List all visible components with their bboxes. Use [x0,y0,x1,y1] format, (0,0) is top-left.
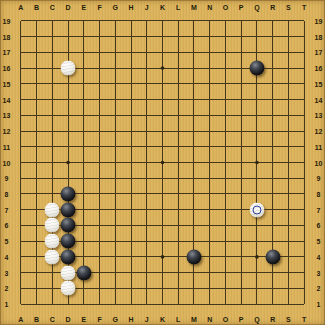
coord-label-left: 12 [3,128,11,135]
coord-label-right: 1 [317,301,321,308]
black-stone [186,249,201,264]
coord-label-right: 10 [315,159,323,166]
coord-label-bottom: E [81,315,86,322]
coord-label-top: T [302,3,306,10]
coord-label-right: 13 [315,112,323,119]
coord-label-left: 3 [5,269,9,276]
white-stone [45,249,60,264]
coord-label-top: E [81,3,86,10]
coord-label-bottom: M [191,315,197,322]
black-stone [61,218,76,233]
coord-label-bottom: H [128,315,133,322]
coord-label-top: G [113,3,118,10]
coord-label-left: 17 [3,49,11,56]
coord-label-bottom: T [302,315,306,322]
white-stone [45,202,60,217]
coord-label-left: 13 [3,112,11,119]
coord-label-bottom: R [270,315,275,322]
last-move-marker [252,205,261,214]
coord-label-top: F [97,3,101,10]
coord-label-right: 18 [315,33,323,40]
coord-label-top: O [223,3,228,10]
white-stone [61,61,76,76]
coord-label-left: 8 [5,190,9,197]
coord-label-right: 8 [317,190,321,197]
coord-label-right: 11 [315,143,322,150]
coord-label-bottom: Q [254,315,259,322]
black-stone [61,234,76,249]
coord-label-top: D [66,3,71,10]
coord-label-bottom: L [176,315,180,322]
coord-label-bottom: A [18,315,23,322]
coord-label-left: 5 [5,238,9,245]
white-stone [61,265,76,280]
black-stone [61,249,76,264]
star-point [255,161,259,165]
black-stone [249,61,264,76]
coord-label-top: S [286,3,291,10]
coord-label-top: J [145,3,149,10]
grid-lines [0,0,325,325]
coord-label-left: 9 [5,175,9,182]
coord-label-right: 16 [315,65,323,72]
coord-label-left: 7 [5,206,9,213]
coord-label-right: 7 [317,206,321,213]
go-board[interactable]: AA1919BB1818CC1717DD1616EE1515FF1414GG13… [0,0,325,325]
coord-label-bottom: J [145,315,149,322]
white-stone [45,218,60,233]
coord-label-left: 1 [5,301,9,308]
coord-label-top: Q [254,3,259,10]
coord-label-left: 4 [5,253,9,260]
white-stone [61,281,76,296]
coord-label-left: 6 [5,222,9,229]
coord-label-right: 5 [317,238,321,245]
star-point [161,161,165,165]
coord-label-top: M [191,3,197,10]
coord-label-right: 3 [317,269,321,276]
star-point [66,161,70,165]
coord-label-top: L [176,3,180,10]
coord-label-left: 16 [3,65,11,72]
coord-label-bottom: B [34,315,39,322]
coord-label-bottom: O [223,315,228,322]
coord-label-bottom: N [207,315,212,322]
coord-label-left: 14 [3,96,11,103]
black-stone [61,186,76,201]
coord-label-left: 11 [3,143,10,150]
coord-label-right: 4 [317,253,321,260]
coord-label-right: 14 [315,96,323,103]
coord-label-bottom: G [113,315,118,322]
coord-label-bottom: D [66,315,71,322]
star-point [161,255,165,259]
coord-label-left: 15 [3,80,11,87]
coord-label-top: B [34,3,39,10]
black-stone [76,265,91,280]
white-stone [45,234,60,249]
coord-label-left: 10 [3,159,11,166]
coord-label-bottom: F [97,315,101,322]
coord-label-top: P [239,3,244,10]
coord-label-top: N [207,3,212,10]
coord-label-top: H [128,3,133,10]
coord-label-top: K [160,3,165,10]
star-point [161,66,165,70]
coord-label-right: 15 [315,80,323,87]
black-stone [265,249,280,264]
star-point [255,255,259,259]
coord-label-left: 19 [3,17,11,24]
coord-label-top: R [270,3,275,10]
coord-label-bottom: P [239,315,244,322]
coord-label-bottom: C [50,315,55,322]
coord-label-left: 18 [3,33,11,40]
coord-label-right: 17 [315,49,323,56]
coord-label-right: 9 [317,175,321,182]
coord-label-right: 19 [315,17,323,24]
black-stone [61,202,76,217]
coord-label-top: C [50,3,55,10]
coord-label-right: 2 [317,285,321,292]
coord-label-right: 12 [315,128,323,135]
coord-label-top: A [18,3,23,10]
coord-label-bottom: S [286,315,291,322]
coord-label-bottom: K [160,315,165,322]
coord-label-right: 6 [317,222,321,229]
coord-label-left: 2 [5,285,9,292]
